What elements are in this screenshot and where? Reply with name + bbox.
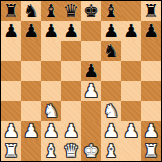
square-f8[interactable]: ♝ [101, 1, 121, 21]
square-d3[interactable] [61, 101, 81, 121]
square-b6[interactable] [21, 41, 41, 61]
square-e2[interactable] [81, 121, 101, 141]
square-f2[interactable]: ♟ [101, 121, 121, 141]
black-rook[interactable]: ♜ [3, 2, 19, 20]
square-g7[interactable]: ♟ [121, 21, 141, 41]
square-d8[interactable]: ♛ [61, 1, 81, 21]
square-c7[interactable]: ♟ [41, 21, 61, 41]
square-b5[interactable] [21, 61, 41, 81]
square-h3[interactable] [141, 101, 161, 121]
square-g8[interactable] [121, 1, 141, 21]
square-h5[interactable] [141, 61, 161, 81]
square-e6[interactable] [81, 41, 101, 61]
black-pawn[interactable]: ♟ [123, 22, 139, 40]
square-a1[interactable]: ♜ [1, 141, 21, 161]
white-pawn[interactable]: ♟ [43, 122, 59, 140]
white-bishop[interactable]: ♝ [43, 142, 59, 160]
square-c3[interactable]: ♞ [41, 101, 61, 121]
white-pawn[interactable]: ♟ [63, 122, 79, 140]
white-rook[interactable]: ♜ [3, 142, 19, 160]
square-c2[interactable]: ♟ [41, 121, 61, 141]
white-knight[interactable]: ♞ [43, 102, 59, 120]
black-knight[interactable]: ♞ [103, 42, 119, 60]
square-c5[interactable] [41, 61, 61, 81]
square-g6[interactable] [121, 41, 141, 61]
white-bishop[interactable]: ♝ [103, 142, 119, 160]
black-king[interactable]: ♚ [83, 2, 99, 20]
square-e5[interactable]: ♟ [81, 61, 101, 81]
square-g2[interactable]: ♟ [121, 121, 141, 141]
square-f5[interactable] [101, 61, 121, 81]
square-e8[interactable]: ♚ [81, 1, 101, 21]
square-h7[interactable]: ♟ [141, 21, 161, 41]
square-e1[interactable]: ♚ [81, 141, 101, 161]
square-d7[interactable]: ♟ [61, 21, 81, 41]
white-pawn[interactable]: ♟ [3, 122, 19, 140]
square-a4[interactable] [1, 81, 21, 101]
square-f4[interactable] [101, 81, 121, 101]
square-b2[interactable]: ♟ [21, 121, 41, 141]
square-a8[interactable]: ♜ [1, 1, 21, 21]
square-c4[interactable] [41, 81, 61, 101]
square-h1[interactable]: ♜ [141, 141, 161, 161]
square-b7[interactable]: ♟ [21, 21, 41, 41]
square-g5[interactable] [121, 61, 141, 81]
square-h4[interactable] [141, 81, 161, 101]
white-pawn[interactable]: ♟ [83, 82, 99, 100]
square-h2[interactable]: ♟ [141, 121, 161, 141]
black-pawn[interactable]: ♟ [103, 22, 119, 40]
square-d2[interactable]: ♟ [61, 121, 81, 141]
square-b3[interactable] [21, 101, 41, 121]
square-d6[interactable] [61, 41, 81, 61]
square-f6[interactable]: ♞ [101, 41, 121, 61]
white-pawn[interactable]: ♟ [123, 122, 139, 140]
square-g4[interactable] [121, 81, 141, 101]
black-pawn[interactable]: ♟ [83, 62, 99, 80]
black-pawn[interactable]: ♟ [143, 22, 159, 40]
square-d4[interactable] [61, 81, 81, 101]
square-e7[interactable] [81, 21, 101, 41]
square-h6[interactable] [141, 41, 161, 61]
black-rook[interactable]: ♜ [143, 2, 159, 20]
square-h8[interactable]: ♜ [141, 1, 161, 21]
black-knight[interactable]: ♞ [23, 2, 39, 20]
square-e4[interactable]: ♟ [81, 81, 101, 101]
square-a7[interactable]: ♟ [1, 21, 21, 41]
white-pawn[interactable]: ♟ [143, 122, 159, 140]
black-pawn[interactable]: ♟ [23, 22, 39, 40]
chess-board: ♜♞♝♛♚♝♜♟♟♟♟♟♟♟♞♟♟♞♞♟♟♟♟♟♟♟♜♝♛♚♝♜ [0, 0, 162, 162]
square-c8[interactable]: ♝ [41, 1, 61, 21]
white-pawn[interactable]: ♟ [103, 122, 119, 140]
square-f7[interactable]: ♟ [101, 21, 121, 41]
square-c1[interactable]: ♝ [41, 141, 61, 161]
white-knight[interactable]: ♞ [103, 102, 119, 120]
square-b8[interactable]: ♞ [21, 1, 41, 21]
square-d5[interactable] [61, 61, 81, 81]
square-c6[interactable] [41, 41, 61, 61]
square-f3[interactable]: ♞ [101, 101, 121, 121]
black-pawn[interactable]: ♟ [43, 22, 59, 40]
square-g3[interactable] [121, 101, 141, 121]
square-g1[interactable] [121, 141, 141, 161]
white-queen[interactable]: ♛ [63, 142, 79, 160]
square-f1[interactable]: ♝ [101, 141, 121, 161]
square-a3[interactable] [1, 101, 21, 121]
black-pawn[interactable]: ♟ [3, 22, 19, 40]
black-bishop[interactable]: ♝ [103, 2, 119, 20]
square-a5[interactable] [1, 61, 21, 81]
black-pawn[interactable]: ♟ [63, 22, 79, 40]
white-pawn[interactable]: ♟ [23, 122, 39, 140]
square-e3[interactable] [81, 101, 101, 121]
black-bishop[interactable]: ♝ [43, 2, 59, 20]
square-b4[interactable] [21, 81, 41, 101]
square-d1[interactable]: ♛ [61, 141, 81, 161]
white-rook[interactable]: ♜ [143, 142, 159, 160]
square-a2[interactable]: ♟ [1, 121, 21, 141]
black-queen[interactable]: ♛ [63, 2, 79, 20]
white-king[interactable]: ♚ [83, 142, 99, 160]
square-b1[interactable] [21, 141, 41, 161]
square-a6[interactable] [1, 41, 21, 61]
